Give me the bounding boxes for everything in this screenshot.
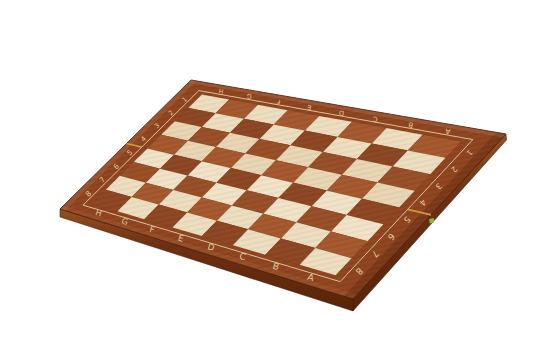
- product-photo: HGFEDCBAHGFEDCBA1234567812345678: [0, 0, 533, 355]
- chess-board: HGFEDCBAHGFEDCBA1234567812345678: [0, 0, 533, 355]
